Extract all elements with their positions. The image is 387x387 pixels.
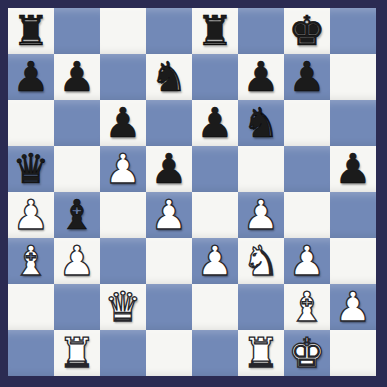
- square-g1[interactable]: ♚: [284, 330, 330, 376]
- piece-black-pawn-d5[interactable]: ♟: [151, 146, 188, 192]
- piece-black-knight-d7[interactable]: ♞: [151, 54, 188, 100]
- piece-black-knight-f6[interactable]: ♞: [243, 100, 280, 146]
- square-f2[interactable]: [238, 284, 284, 330]
- square-e7[interactable]: [192, 54, 238, 100]
- square-b5[interactable]: [54, 146, 100, 192]
- piece-black-bishop-b4[interactable]: ♝: [59, 192, 96, 238]
- square-g4[interactable]: [284, 192, 330, 238]
- square-a6[interactable]: [8, 100, 54, 146]
- square-b8[interactable]: [54, 8, 100, 54]
- square-g3[interactable]: ♟: [284, 238, 330, 284]
- square-a1[interactable]: [8, 330, 54, 376]
- piece-white-pawn-g3[interactable]: ♟: [289, 238, 326, 284]
- piece-black-pawn-f7[interactable]: ♟: [243, 54, 280, 100]
- chessboard: ♜♜♚♟♟♞♟♟♟♟♞♛♟♟♟♟♝♟♟♝♟♟♞♟♛♝♟♜♜♚: [0, 0, 387, 387]
- piece-black-pawn-h5[interactable]: ♟: [335, 146, 372, 192]
- square-d6[interactable]: [146, 100, 192, 146]
- square-g6[interactable]: [284, 100, 330, 146]
- square-b1[interactable]: ♜: [54, 330, 100, 376]
- square-c1[interactable]: [100, 330, 146, 376]
- chessboard-grid: ♜♜♚♟♟♞♟♟♟♟♞♛♟♟♟♟♝♟♟♝♟♟♞♟♛♝♟♜♜♚: [8, 8, 376, 376]
- square-a4[interactable]: ♟: [8, 192, 54, 238]
- square-d4[interactable]: ♟: [146, 192, 192, 238]
- piece-white-knight-f3[interactable]: ♞: [243, 238, 280, 284]
- piece-black-pawn-a7[interactable]: ♟: [13, 54, 50, 100]
- piece-white-pawn-d4[interactable]: ♟: [151, 192, 188, 238]
- piece-white-pawn-c5[interactable]: ♟: [105, 146, 142, 192]
- piece-black-pawn-e6[interactable]: ♟: [197, 100, 234, 146]
- piece-white-pawn-h2[interactable]: ♟: [335, 284, 372, 330]
- square-b4[interactable]: ♝: [54, 192, 100, 238]
- square-c7[interactable]: [100, 54, 146, 100]
- square-h5[interactable]: ♟: [330, 146, 376, 192]
- piece-white-king-g1[interactable]: ♚: [289, 330, 326, 376]
- piece-white-pawn-b3[interactable]: ♟: [59, 238, 96, 284]
- square-a2[interactable]: [8, 284, 54, 330]
- piece-white-bishop-a3[interactable]: ♝: [13, 238, 50, 284]
- piece-white-rook-b1[interactable]: ♜: [59, 330, 96, 376]
- square-a5[interactable]: ♛: [8, 146, 54, 192]
- piece-black-rook-e8[interactable]: ♜: [197, 8, 234, 54]
- square-h3[interactable]: [330, 238, 376, 284]
- square-d1[interactable]: [146, 330, 192, 376]
- square-a8[interactable]: ♜: [8, 8, 54, 54]
- square-d2[interactable]: [146, 284, 192, 330]
- square-h4[interactable]: [330, 192, 376, 238]
- piece-black-pawn-g7[interactable]: ♟: [289, 54, 326, 100]
- piece-black-king-g8[interactable]: ♚: [289, 8, 326, 54]
- square-g2[interactable]: ♝: [284, 284, 330, 330]
- square-f8[interactable]: [238, 8, 284, 54]
- square-e4[interactable]: [192, 192, 238, 238]
- square-a7[interactable]: ♟: [8, 54, 54, 100]
- square-e5[interactable]: [192, 146, 238, 192]
- square-e1[interactable]: [192, 330, 238, 376]
- square-d8[interactable]: [146, 8, 192, 54]
- square-d7[interactable]: ♞: [146, 54, 192, 100]
- square-a3[interactable]: ♝: [8, 238, 54, 284]
- square-h1[interactable]: [330, 330, 376, 376]
- square-g5[interactable]: [284, 146, 330, 192]
- square-e8[interactable]: ♜: [192, 8, 238, 54]
- square-h7[interactable]: [330, 54, 376, 100]
- square-c6[interactable]: ♟: [100, 100, 146, 146]
- square-c5[interactable]: ♟: [100, 146, 146, 192]
- piece-black-pawn-c6[interactable]: ♟: [105, 100, 142, 146]
- square-g7[interactable]: ♟: [284, 54, 330, 100]
- square-f6[interactable]: ♞: [238, 100, 284, 146]
- piece-black-rook-a8[interactable]: ♜: [13, 8, 50, 54]
- piece-black-queen-a5[interactable]: ♛: [13, 146, 50, 192]
- square-b3[interactable]: ♟: [54, 238, 100, 284]
- square-h8[interactable]: [330, 8, 376, 54]
- square-c8[interactable]: [100, 8, 146, 54]
- square-b2[interactable]: [54, 284, 100, 330]
- square-e6[interactable]: ♟: [192, 100, 238, 146]
- square-c4[interactable]: [100, 192, 146, 238]
- square-d3[interactable]: [146, 238, 192, 284]
- square-h2[interactable]: ♟: [330, 284, 376, 330]
- piece-white-pawn-e3[interactable]: ♟: [197, 238, 234, 284]
- square-f7[interactable]: ♟: [238, 54, 284, 100]
- piece-white-pawn-a4[interactable]: ♟: [13, 192, 50, 238]
- piece-black-pawn-b7[interactable]: ♟: [59, 54, 96, 100]
- piece-white-bishop-g2[interactable]: ♝: [289, 284, 326, 330]
- square-c2[interactable]: ♛: [100, 284, 146, 330]
- square-e2[interactable]: [192, 284, 238, 330]
- square-c3[interactable]: [100, 238, 146, 284]
- square-e3[interactable]: ♟: [192, 238, 238, 284]
- square-h6[interactable]: [330, 100, 376, 146]
- square-f1[interactable]: ♜: [238, 330, 284, 376]
- piece-white-queen-c2[interactable]: ♛: [105, 284, 142, 330]
- square-d5[interactable]: ♟: [146, 146, 192, 192]
- square-g8[interactable]: ♚: [284, 8, 330, 54]
- square-b7[interactable]: ♟: [54, 54, 100, 100]
- square-b6[interactable]: [54, 100, 100, 146]
- piece-white-rook-f1[interactable]: ♜: [243, 330, 280, 376]
- square-f4[interactable]: ♟: [238, 192, 284, 238]
- piece-white-pawn-f4[interactable]: ♟: [243, 192, 280, 238]
- square-f3[interactable]: ♞: [238, 238, 284, 284]
- square-f5[interactable]: [238, 146, 284, 192]
